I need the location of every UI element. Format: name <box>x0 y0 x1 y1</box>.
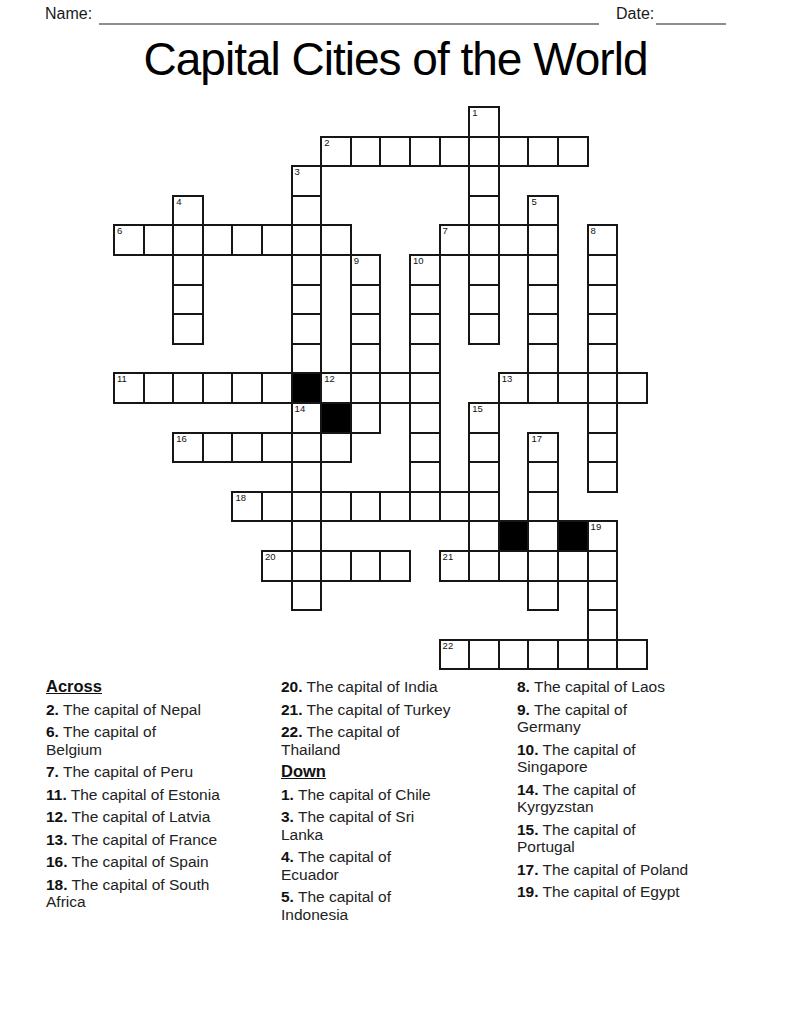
clue-16: 16. The capital of Spain <box>46 853 278 871</box>
grid-cell[interactable] <box>587 284 619 316</box>
clue-19: 19. The capital of Egypt <box>517 883 757 901</box>
grid-cell[interactable] <box>261 432 293 464</box>
grid-cell[interactable] <box>587 313 619 345</box>
grid-cell[interactable] <box>587 432 619 464</box>
clue-number: 20 <box>265 552 276 562</box>
grid-cell[interactable] <box>350 402 382 434</box>
grid-cell[interactable] <box>616 372 648 404</box>
grid-cell[interactable] <box>379 491 411 523</box>
grid-cell[interactable]: 6 <box>113 224 145 256</box>
grid-cell[interactable]: 5 <box>527 195 559 227</box>
grid-cell[interactable] <box>468 284 500 316</box>
grid-cell[interactable] <box>527 372 559 404</box>
clue-number: 6 <box>117 226 122 236</box>
crossword-grid: 12345678910111213141516171819202122 <box>113 106 658 681</box>
clue-number: 4 <box>176 197 181 207</box>
grid-cell[interactable] <box>291 343 323 375</box>
clue-21: 21. The capital of Turkey <box>281 701 511 719</box>
clues-column-2: 20. The capital of India21. The capital … <box>281 678 511 928</box>
grid-cell[interactable] <box>498 639 530 671</box>
grid-cell[interactable]: 9 <box>350 254 382 286</box>
black-cell <box>320 402 352 434</box>
grid-cell[interactable] <box>468 224 500 256</box>
grid-cell[interactable] <box>527 580 559 612</box>
grid-cell[interactable] <box>231 372 263 404</box>
clue-number: 3 <box>295 167 300 177</box>
black-cell <box>291 372 323 404</box>
grid-cell[interactable] <box>587 639 619 671</box>
clue-1: 1. The capital of Chile <box>281 786 511 804</box>
grid-cell[interactable]: 21 <box>439 550 471 582</box>
grid-cell[interactable] <box>320 550 352 582</box>
grid-cell[interactable] <box>587 580 619 612</box>
grid-cell[interactable] <box>557 136 589 168</box>
grid-cell[interactable] <box>202 372 234 404</box>
clue-15: 15. The capital ofPortugal <box>517 821 757 856</box>
grid-cell[interactable] <box>468 520 500 552</box>
date-label: Date: <box>616 5 654 23</box>
clue-number: 18 <box>235 493 246 503</box>
grid-cell[interactable] <box>527 343 559 375</box>
grid-cell[interactable] <box>468 254 500 286</box>
grid-cell[interactable]: 10 <box>409 254 441 286</box>
grid-cell[interactable] <box>587 254 619 286</box>
grid-cell[interactable] <box>231 224 263 256</box>
grid-cell[interactable] <box>527 136 559 168</box>
clues-column-1: Across2. The capital of Nepal6. The capi… <box>46 678 278 916</box>
clue-5: 5. The capital ofIndonesia <box>281 888 511 923</box>
grid-cell[interactable]: 3 <box>291 165 323 197</box>
grid-cell[interactable] <box>409 432 441 464</box>
grid-cell[interactable] <box>527 284 559 316</box>
grid-cell[interactable] <box>291 580 323 612</box>
grid-cell[interactable] <box>409 461 441 493</box>
grid-cell[interactable] <box>468 165 500 197</box>
grid-cell[interactable] <box>557 372 589 404</box>
worksheet-page: Name: Date: Capital Cities of the World … <box>0 0 791 1024</box>
grid-cell[interactable]: 15 <box>468 402 500 434</box>
clue-number: 15 <box>472 404 483 414</box>
grid-cell[interactable] <box>320 224 352 256</box>
grid-cell[interactable] <box>498 136 530 168</box>
grid-cell[interactable] <box>320 432 352 464</box>
grid-cell[interactable] <box>291 461 323 493</box>
clue-number: 8 <box>591 226 596 236</box>
clue-10: 10. The capital ofSingapore <box>517 741 757 776</box>
page-title: Capital Cities of the World <box>0 32 791 86</box>
clue-12: 12. The capital of Latvia <box>46 808 278 826</box>
name-label: Name: <box>45 5 92 23</box>
clue-number: 12 <box>324 374 335 384</box>
grid-cell[interactable] <box>468 136 500 168</box>
clues-column-3: 8. The capital of Laos9. The capital ofG… <box>517 678 757 906</box>
grid-cell[interactable]: 22 <box>439 639 471 671</box>
clue-number: 13 <box>502 374 513 384</box>
grid-cell[interactable] <box>587 461 619 493</box>
grid-cell[interactable] <box>320 491 352 523</box>
grid-cell[interactable] <box>527 461 559 493</box>
grid-cell[interactable] <box>172 284 204 316</box>
clue-8: 8. The capital of Laos <box>517 678 757 696</box>
grid-cell[interactable] <box>379 550 411 582</box>
clue-number: 21 <box>443 552 454 562</box>
clue-17: 17. The capital of Poland <box>517 861 757 879</box>
grid-cell[interactable] <box>291 195 323 227</box>
grid-cell[interactable] <box>587 343 619 375</box>
grid-cell[interactable] <box>350 284 382 316</box>
grid-cell[interactable] <box>557 639 589 671</box>
grid-cell[interactable]: 1 <box>468 106 500 138</box>
clue-number: 14 <box>295 404 306 414</box>
grid-cell[interactable] <box>409 284 441 316</box>
clue-4: 4. The capital ofEcuador <box>281 848 511 883</box>
grid-cell[interactable] <box>291 224 323 256</box>
grid-cell[interactable] <box>202 224 234 256</box>
grid-cell[interactable] <box>409 372 441 404</box>
grid-cell[interactable] <box>350 313 382 345</box>
grid-cell[interactable]: 19 <box>587 520 619 552</box>
grid-cell[interactable] <box>468 491 500 523</box>
grid-cell[interactable] <box>291 313 323 345</box>
clue-number: 19 <box>591 522 602 532</box>
grid-cell[interactable] <box>468 195 500 227</box>
clue-number: 9 <box>354 256 359 266</box>
clue-number: 16 <box>176 434 187 444</box>
grid-cell[interactable] <box>350 550 382 582</box>
grid-cell[interactable] <box>350 372 382 404</box>
clue-20: 20. The capital of India <box>281 678 511 696</box>
grid-cell[interactable] <box>143 372 175 404</box>
clue-3: 3. The capital of SriLanka <box>281 808 511 843</box>
clue-number: 5 <box>531 197 536 207</box>
grid-cell[interactable]: 2 <box>320 136 352 168</box>
grid-cell[interactable]: 17 <box>527 432 559 464</box>
clue-number: 7 <box>443 226 448 236</box>
clue-9: 9. The capital ofGermany <box>517 701 757 736</box>
grid-cell[interactable] <box>439 491 471 523</box>
clue-number: 10 <box>413 256 424 266</box>
grid-cell[interactable]: 7 <box>439 224 471 256</box>
grid-cell[interactable] <box>172 372 204 404</box>
grid-cell[interactable] <box>172 313 204 345</box>
grid-cell[interactable] <box>527 520 559 552</box>
clue-number: 1 <box>472 108 477 118</box>
grid-cell[interactable] <box>291 254 323 286</box>
grid-cell[interactable] <box>587 609 619 641</box>
grid-cell[interactable] <box>527 550 559 582</box>
grid-cell[interactable] <box>350 491 382 523</box>
grid-cell[interactable] <box>379 372 411 404</box>
clue-6: 6. The capital ofBelgium <box>46 723 278 758</box>
grid-cell[interactable]: 16 <box>172 432 204 464</box>
grid-cell[interactable] <box>350 136 382 168</box>
grid-cell[interactable] <box>261 372 293 404</box>
grid-cell[interactable] <box>468 639 500 671</box>
grid-cell[interactable]: 20 <box>261 550 293 582</box>
grid-cell[interactable]: 13 <box>498 372 530 404</box>
grid-cell[interactable] <box>231 432 263 464</box>
grid-cell[interactable] <box>527 224 559 256</box>
grid-cell[interactable] <box>409 491 441 523</box>
clue-22: 22. The capital ofThailand <box>281 723 511 758</box>
clue-number: 2 <box>324 138 329 148</box>
grid-cell[interactable] <box>379 136 411 168</box>
black-cell <box>498 520 530 552</box>
grid-cell[interactable] <box>350 343 382 375</box>
grid-cell[interactable]: 8 <box>587 224 619 256</box>
clue-11: 11. The capital of Estonia <box>46 786 278 804</box>
grid-cell[interactable] <box>172 224 204 256</box>
grid-cell[interactable] <box>261 491 293 523</box>
clue-7: 7. The capital of Peru <box>46 763 278 781</box>
grid-cell[interactable] <box>261 224 293 256</box>
clue-number: 17 <box>531 434 542 444</box>
grid-cell[interactable]: 4 <box>172 195 204 227</box>
grid-cell[interactable] <box>527 254 559 286</box>
grid-cell[interactable] <box>468 461 500 493</box>
grid-cell[interactable] <box>587 402 619 434</box>
grid-cell[interactable] <box>587 372 619 404</box>
clue-18: 18. The capital of SouthAfrica <box>46 876 278 911</box>
grid-cell[interactable] <box>498 550 530 582</box>
grid-cell[interactable] <box>468 432 500 464</box>
clue-number: 22 <box>443 641 454 651</box>
grid-cell[interactable] <box>468 313 500 345</box>
grid-cell[interactable] <box>527 313 559 345</box>
grid-cell[interactable] <box>291 520 323 552</box>
grid-cell[interactable] <box>291 432 323 464</box>
grid-cell[interactable]: 14 <box>291 402 323 434</box>
grid-cell[interactable] <box>172 254 204 286</box>
grid-cell[interactable] <box>409 313 441 345</box>
grid-cell[interactable]: 18 <box>231 491 263 523</box>
clue-13: 13. The capital of France <box>46 831 278 849</box>
grid-cell[interactable] <box>498 224 530 256</box>
grid-cell[interactable] <box>409 402 441 434</box>
clue-2: 2. The capital of Nepal <box>46 701 278 719</box>
grid-cell[interactable] <box>291 284 323 316</box>
grid-cell[interactable] <box>439 136 471 168</box>
grid-cell[interactable] <box>616 639 648 671</box>
grid-cell[interactable] <box>291 550 323 582</box>
grid-cell[interactable] <box>527 491 559 523</box>
grid-cell[interactable] <box>557 550 589 582</box>
grid-cell[interactable] <box>409 343 441 375</box>
grid-cell[interactable] <box>409 136 441 168</box>
grid-cell[interactable] <box>291 491 323 523</box>
clue-14: 14. The capital ofKyrgyzstan <box>517 781 757 816</box>
grid-cell[interactable] <box>143 224 175 256</box>
name-blank-line[interactable] <box>99 7 599 25</box>
grid-cell[interactable] <box>202 432 234 464</box>
down-header: Down <box>281 763 511 781</box>
black-cell <box>557 520 589 552</box>
grid-cell[interactable] <box>527 639 559 671</box>
grid-cell[interactable]: 12 <box>320 372 352 404</box>
across-header: Across <box>46 678 278 696</box>
grid-cell[interactable] <box>587 550 619 582</box>
clue-number: 11 <box>117 374 127 384</box>
grid-cell[interactable]: 11 <box>113 372 145 404</box>
date-blank-line[interactable] <box>656 7 726 25</box>
grid-cell[interactable] <box>468 550 500 582</box>
